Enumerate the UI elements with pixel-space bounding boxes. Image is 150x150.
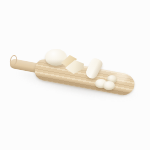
cheese-round-right (103, 81, 115, 90)
product-photo (0, 0, 150, 150)
